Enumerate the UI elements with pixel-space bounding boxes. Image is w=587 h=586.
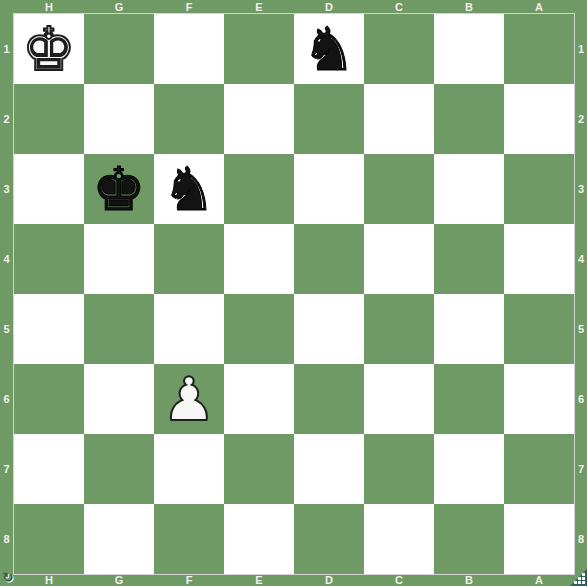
rank-label-8: 8 [0, 504, 13, 574]
square-c2[interactable] [364, 84, 434, 154]
file-label-h: H [14, 1, 84, 13]
rank-label-4: 4 [0, 224, 13, 294]
rank-label-2: 2 [575, 84, 587, 154]
file-label-g: G [84, 574, 154, 586]
square-a1[interactable] [504, 14, 574, 84]
square-a6[interactable] [504, 364, 574, 434]
square-c4[interactable] [364, 224, 434, 294]
square-b1[interactable] [434, 14, 504, 84]
square-e8[interactable] [224, 504, 294, 574]
file-label-a: A [504, 574, 574, 586]
resize-grip-icon[interactable] [570, 569, 587, 586]
file-label-c: C [364, 574, 434, 586]
rank-label-7: 7 [0, 434, 13, 504]
square-a8[interactable] [504, 504, 574, 574]
square-d3[interactable] [294, 154, 364, 224]
file-label-f: F [154, 574, 224, 586]
square-f5[interactable] [154, 294, 224, 364]
file-label-b: B [434, 574, 504, 586]
square-b3[interactable] [434, 154, 504, 224]
square-g8[interactable] [84, 504, 154, 574]
piece-white-king[interactable]: ♚ [22, 14, 76, 84]
rank-label-8: 8 [575, 504, 587, 574]
square-a7[interactable] [504, 434, 574, 504]
rank-label-3: 3 [0, 154, 13, 224]
chess-app-window: { "game": "chess", "position": { "fen": … [0, 0, 587, 586]
file-label-c: C [364, 1, 434, 13]
square-g1[interactable] [84, 14, 154, 84]
square-c8[interactable] [364, 504, 434, 574]
file-label-a: A [504, 1, 574, 13]
square-g5[interactable] [84, 294, 154, 364]
square-a3[interactable] [504, 154, 574, 224]
square-h1[interactable]: ♚ [14, 14, 84, 84]
square-h2[interactable] [14, 84, 84, 154]
square-h7[interactable] [14, 434, 84, 504]
square-c3[interactable] [364, 154, 434, 224]
rank-label-6: 6 [0, 364, 13, 434]
square-d7[interactable] [294, 434, 364, 504]
square-f4[interactable] [154, 224, 224, 294]
rank-label-7: 7 [575, 434, 587, 504]
square-e4[interactable] [224, 224, 294, 294]
square-a4[interactable] [504, 224, 574, 294]
square-h8[interactable] [14, 504, 84, 574]
square-f7[interactable] [154, 434, 224, 504]
square-g6[interactable] [84, 364, 154, 434]
square-b7[interactable] [434, 434, 504, 504]
square-d6[interactable] [294, 364, 364, 434]
rank-label-2: 2 [0, 84, 13, 154]
square-d8[interactable] [294, 504, 364, 574]
square-c6[interactable] [364, 364, 434, 434]
square-a5[interactable] [504, 294, 574, 364]
file-labels-bottom: HGFEDCBA [14, 574, 574, 586]
square-e2[interactable] [224, 84, 294, 154]
rank-label-5: 5 [575, 294, 587, 364]
piece-black-knight[interactable]: ♞ [162, 154, 216, 224]
file-label-g: G [84, 1, 154, 13]
square-f3[interactable]: ♞ [154, 154, 224, 224]
piece-white-pawn[interactable]: ♟ [162, 364, 216, 434]
file-label-d: D [294, 1, 364, 13]
square-g3[interactable]: ♚ [84, 154, 154, 224]
file-label-f: F [154, 1, 224, 13]
square-d4[interactable] [294, 224, 364, 294]
square-f2[interactable] [154, 84, 224, 154]
rank-labels-right: 12345678 [575, 14, 587, 574]
square-h4[interactable] [14, 224, 84, 294]
square-e3[interactable] [224, 154, 294, 224]
flip-board-icon[interactable]: ↻ [1, 571, 15, 585]
square-d5[interactable] [294, 294, 364, 364]
square-c5[interactable] [364, 294, 434, 364]
file-labels-top: HGFEDCBA [14, 0, 574, 13]
square-b6[interactable] [434, 364, 504, 434]
file-label-d: D [294, 574, 364, 586]
rank-label-5: 5 [0, 294, 13, 364]
square-c7[interactable] [364, 434, 434, 504]
square-h3[interactable] [14, 154, 84, 224]
square-d2[interactable] [294, 84, 364, 154]
piece-black-king[interactable]: ♚ [92, 154, 146, 224]
file-label-e: E [224, 574, 294, 586]
square-e7[interactable] [224, 434, 294, 504]
square-c1[interactable] [364, 14, 434, 84]
square-b5[interactable] [434, 294, 504, 364]
piece-black-knight[interactable]: ♞ [302, 14, 356, 84]
rank-label-1: 1 [0, 14, 13, 84]
square-h5[interactable] [14, 294, 84, 364]
square-g2[interactable] [84, 84, 154, 154]
square-g4[interactable] [84, 224, 154, 294]
square-b2[interactable] [434, 84, 504, 154]
file-label-b: B [434, 1, 504, 13]
rank-labels-left: 12345678 [0, 14, 13, 574]
square-f1[interactable] [154, 14, 224, 84]
square-d1[interactable]: ♞ [294, 14, 364, 84]
square-a2[interactable] [504, 84, 574, 154]
file-label-e: E [224, 1, 294, 13]
square-g7[interactable] [84, 434, 154, 504]
square-e1[interactable] [224, 14, 294, 84]
chess-board: ♚♞♚♞♟ [13, 13, 575, 575]
square-b8[interactable] [434, 504, 504, 574]
square-h6[interactable] [14, 364, 84, 434]
rank-label-4: 4 [575, 224, 587, 294]
file-label-h: H [14, 574, 84, 586]
rank-label-6: 6 [575, 364, 587, 434]
square-f6[interactable]: ♟ [154, 364, 224, 434]
rank-label-3: 3 [575, 154, 587, 224]
square-b4[interactable] [434, 224, 504, 294]
rank-label-1: 1 [575, 14, 587, 84]
square-f8[interactable] [154, 504, 224, 574]
square-e6[interactable] [224, 364, 294, 434]
square-e5[interactable] [224, 294, 294, 364]
